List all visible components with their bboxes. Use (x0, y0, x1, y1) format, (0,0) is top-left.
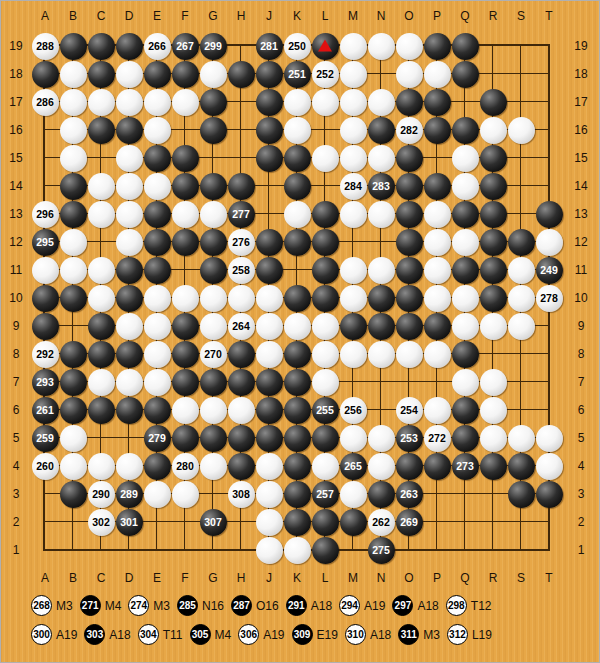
board-point-L18[interactable]: 252 (311, 60, 339, 88)
board-point-H2[interactable] (227, 508, 255, 536)
board-point-C2[interactable]: 302 (87, 508, 115, 536)
board-point-E12[interactable] (143, 228, 171, 256)
board-point-N16[interactable] (367, 116, 395, 144)
board-point-R18[interactable] (479, 60, 507, 88)
board-point-B6[interactable] (59, 396, 87, 424)
board-point-E4[interactable] (143, 452, 171, 480)
board-point-R15[interactable] (479, 144, 507, 172)
board-point-T2[interactable] (535, 508, 563, 536)
board-point-A7[interactable]: 293 (31, 368, 59, 396)
board-point-B15[interactable] (59, 144, 87, 172)
board-point-Q12[interactable] (451, 228, 479, 256)
board-point-Q8[interactable] (451, 340, 479, 368)
board-point-F16[interactable] (171, 116, 199, 144)
board-point-R1[interactable] (479, 536, 507, 564)
board-point-S12[interactable] (507, 228, 535, 256)
board-point-B3[interactable] (59, 480, 87, 508)
board-point-T4[interactable] (535, 452, 563, 480)
board-point-Q5[interactable] (451, 424, 479, 452)
board-point-G9[interactable] (199, 312, 227, 340)
board-point-K19[interactable]: 250 (283, 32, 311, 60)
board-point-A10[interactable] (31, 284, 59, 312)
board-point-Q4[interactable]: 273 (451, 452, 479, 480)
board-point-H13[interactable]: 277 (227, 200, 255, 228)
board-point-Q9[interactable] (451, 312, 479, 340)
board-point-H14[interactable] (227, 172, 255, 200)
board-point-P9[interactable] (423, 312, 451, 340)
board-point-K4[interactable] (283, 452, 311, 480)
board-point-K15[interactable] (283, 144, 311, 172)
board-point-C7[interactable] (87, 368, 115, 396)
board-point-L3[interactable]: 257 (311, 480, 339, 508)
board-point-N3[interactable] (367, 480, 395, 508)
board-point-P12[interactable] (423, 228, 451, 256)
board-point-D12[interactable] (115, 228, 143, 256)
board-point-M17[interactable] (339, 88, 367, 116)
board-point-G14[interactable] (199, 172, 227, 200)
board-point-Q17[interactable] (451, 88, 479, 116)
board-point-T12[interactable] (535, 228, 563, 256)
board-point-S13[interactable] (507, 200, 535, 228)
board-point-K11[interactable] (283, 256, 311, 284)
board-point-T3[interactable] (535, 480, 563, 508)
board-point-M1[interactable] (339, 536, 367, 564)
board-point-C17[interactable] (87, 88, 115, 116)
board-point-Q13[interactable] (451, 200, 479, 228)
board-point-H3[interactable]: 308 (227, 480, 255, 508)
board-point-E14[interactable] (143, 172, 171, 200)
board-point-G8[interactable]: 270 (199, 340, 227, 368)
board-point-Q18[interactable] (451, 60, 479, 88)
board-point-B11[interactable] (59, 256, 87, 284)
board-point-A15[interactable] (31, 144, 59, 172)
board-point-R7[interactable] (479, 368, 507, 396)
board-point-P11[interactable] (423, 256, 451, 284)
board-point-Q19[interactable] (451, 32, 479, 60)
board-point-K9[interactable] (283, 312, 311, 340)
board-point-F8[interactable] (171, 340, 199, 368)
board-point-O1[interactable] (395, 536, 423, 564)
board-point-J14[interactable] (255, 172, 283, 200)
board-point-K7[interactable] (283, 368, 311, 396)
board-point-D11[interactable] (115, 256, 143, 284)
board-point-K5[interactable] (283, 424, 311, 452)
board-point-E1[interactable] (143, 536, 171, 564)
board-point-T16[interactable] (535, 116, 563, 144)
board-point-F19[interactable]: 267 (171, 32, 199, 60)
board-point-K10[interactable] (283, 284, 311, 312)
board-point-D1[interactable] (115, 536, 143, 564)
board-point-K6[interactable] (283, 396, 311, 424)
board-point-R16[interactable] (479, 116, 507, 144)
board-point-E15[interactable] (143, 144, 171, 172)
board-point-J6[interactable] (255, 396, 283, 424)
board-point-D2[interactable]: 301 (115, 508, 143, 536)
board-point-C15[interactable] (87, 144, 115, 172)
board-point-L17[interactable] (311, 88, 339, 116)
board-point-P16[interactable] (423, 116, 451, 144)
board-point-B13[interactable] (59, 200, 87, 228)
board-point-S18[interactable] (507, 60, 535, 88)
board-point-G19[interactable]: 299 (199, 32, 227, 60)
board-point-R3[interactable] (479, 480, 507, 508)
board-point-R13[interactable] (479, 200, 507, 228)
board-point-N18[interactable] (367, 60, 395, 88)
board-point-C9[interactable] (87, 312, 115, 340)
board-point-F4[interactable]: 280 (171, 452, 199, 480)
board-point-L10[interactable] (311, 284, 339, 312)
board-point-P7[interactable] (423, 368, 451, 396)
board-point-Q3[interactable] (451, 480, 479, 508)
board-point-G18[interactable] (199, 60, 227, 88)
board-point-S16[interactable] (507, 116, 535, 144)
board-point-L5[interactable] (311, 424, 339, 452)
board-point-C12[interactable] (87, 228, 115, 256)
board-point-T14[interactable] (535, 172, 563, 200)
board-point-N13[interactable] (367, 200, 395, 228)
board-point-K14[interactable] (283, 172, 311, 200)
board-point-H15[interactable] (227, 144, 255, 172)
board-point-R17[interactable] (479, 88, 507, 116)
board-point-F2[interactable] (171, 508, 199, 536)
board-point-P8[interactable] (423, 340, 451, 368)
board-point-O17[interactable] (395, 88, 423, 116)
board-point-B2[interactable] (59, 508, 87, 536)
board-point-M10[interactable] (339, 284, 367, 312)
board-point-E13[interactable] (143, 200, 171, 228)
board-point-G5[interactable] (199, 424, 227, 452)
board-point-D16[interactable] (115, 116, 143, 144)
board-point-F17[interactable] (171, 88, 199, 116)
board-point-G7[interactable] (199, 368, 227, 396)
board-point-G15[interactable] (199, 144, 227, 172)
board-point-G6[interactable] (199, 396, 227, 424)
board-point-K3[interactable] (283, 480, 311, 508)
board-point-P18[interactable] (423, 60, 451, 88)
board-point-P5[interactable]: 272 (423, 424, 451, 452)
board-point-C16[interactable] (87, 116, 115, 144)
board-point-O4[interactable] (395, 452, 423, 480)
board-point-M13[interactable] (339, 200, 367, 228)
board-point-F15[interactable] (171, 144, 199, 172)
board-point-E10[interactable] (143, 284, 171, 312)
board-point-H11[interactable]: 258 (227, 256, 255, 284)
board-point-L19[interactable] (311, 32, 339, 60)
board-point-O19[interactable] (395, 32, 423, 60)
board-point-Q7[interactable] (451, 368, 479, 396)
board-point-A6[interactable]: 261 (31, 396, 59, 424)
board-point-M8[interactable] (339, 340, 367, 368)
board-point-L9[interactable] (311, 312, 339, 340)
board-point-Q11[interactable] (451, 256, 479, 284)
board-point-N15[interactable] (367, 144, 395, 172)
board-point-A8[interactable]: 292 (31, 340, 59, 368)
board-point-J4[interactable] (255, 452, 283, 480)
board-point-H18[interactable] (227, 60, 255, 88)
board-point-O9[interactable] (395, 312, 423, 340)
board-point-T11[interactable]: 249 (535, 256, 563, 284)
board-point-S9[interactable] (507, 312, 535, 340)
board-point-P4[interactable] (423, 452, 451, 480)
board-point-R4[interactable] (479, 452, 507, 480)
board-point-E3[interactable] (143, 480, 171, 508)
board-point-N8[interactable] (367, 340, 395, 368)
board-point-H8[interactable] (227, 340, 255, 368)
board-point-K12[interactable] (283, 228, 311, 256)
board-point-R11[interactable] (479, 256, 507, 284)
board-point-S6[interactable] (507, 396, 535, 424)
board-point-S7[interactable] (507, 368, 535, 396)
board-point-T7[interactable] (535, 368, 563, 396)
board-point-T17[interactable] (535, 88, 563, 116)
board-point-H6[interactable] (227, 396, 255, 424)
board-point-L7[interactable] (311, 368, 339, 396)
board-point-A18[interactable] (31, 60, 59, 88)
board-point-R5[interactable] (479, 424, 507, 452)
board-point-F6[interactable] (171, 396, 199, 424)
board-point-J18[interactable] (255, 60, 283, 88)
board-point-D5[interactable] (115, 424, 143, 452)
board-point-H1[interactable] (227, 536, 255, 564)
board-point-O7[interactable] (395, 368, 423, 396)
board-point-H16[interactable] (227, 116, 255, 144)
board-point-C18[interactable] (87, 60, 115, 88)
board-point-T18[interactable] (535, 60, 563, 88)
board-point-J7[interactable] (255, 368, 283, 396)
board-point-B19[interactable] (59, 32, 87, 60)
board-point-A17[interactable]: 286 (31, 88, 59, 116)
board-point-G4[interactable] (199, 452, 227, 480)
board-point-S5[interactable] (507, 424, 535, 452)
board-point-E2[interactable] (143, 508, 171, 536)
board-point-C6[interactable] (87, 396, 115, 424)
board-point-O3[interactable]: 263 (395, 480, 423, 508)
board-point-A4[interactable]: 260 (31, 452, 59, 480)
board-point-O15[interactable] (395, 144, 423, 172)
board-point-H4[interactable] (227, 452, 255, 480)
board-point-E7[interactable] (143, 368, 171, 396)
board-point-C4[interactable] (87, 452, 115, 480)
board-point-C3[interactable]: 290 (87, 480, 115, 508)
board-point-H10[interactable] (227, 284, 255, 312)
board-point-D7[interactable] (115, 368, 143, 396)
board-point-P19[interactable] (423, 32, 451, 60)
board-point-N5[interactable] (367, 424, 395, 452)
board-point-D14[interactable] (115, 172, 143, 200)
board-point-S11[interactable] (507, 256, 535, 284)
board-point-P13[interactable] (423, 200, 451, 228)
board-point-C19[interactable] (87, 32, 115, 60)
board-point-R14[interactable] (479, 172, 507, 200)
board-point-L16[interactable] (311, 116, 339, 144)
board-point-H7[interactable] (227, 368, 255, 396)
board-point-A3[interactable] (31, 480, 59, 508)
board-point-G11[interactable] (199, 256, 227, 284)
board-point-T13[interactable] (535, 200, 563, 228)
board-point-N17[interactable] (367, 88, 395, 116)
board-point-O5[interactable]: 253 (395, 424, 423, 452)
board-point-A12[interactable]: 295 (31, 228, 59, 256)
board-point-B5[interactable] (59, 424, 87, 452)
board-point-P10[interactable] (423, 284, 451, 312)
board-point-A19[interactable]: 288 (31, 32, 59, 60)
board-point-J17[interactable] (255, 88, 283, 116)
board-point-D3[interactable]: 289 (115, 480, 143, 508)
board-point-F12[interactable] (171, 228, 199, 256)
board-point-F18[interactable] (171, 60, 199, 88)
board-point-E9[interactable] (143, 312, 171, 340)
board-point-T9[interactable] (535, 312, 563, 340)
board-point-S14[interactable] (507, 172, 535, 200)
board-point-K16[interactable] (283, 116, 311, 144)
board-point-P17[interactable] (423, 88, 451, 116)
board-point-E18[interactable] (143, 60, 171, 88)
board-point-S1[interactable] (507, 536, 535, 564)
board-point-Q10[interactable] (451, 284, 479, 312)
board-point-A16[interactable] (31, 116, 59, 144)
board-point-F11[interactable] (171, 256, 199, 284)
board-point-T19[interactable] (535, 32, 563, 60)
board-point-M2[interactable] (339, 508, 367, 536)
board-point-S8[interactable] (507, 340, 535, 368)
board-point-R10[interactable] (479, 284, 507, 312)
board-point-R6[interactable] (479, 396, 507, 424)
board-point-O12[interactable] (395, 228, 423, 256)
board-point-P15[interactable] (423, 144, 451, 172)
board-point-R9[interactable] (479, 312, 507, 340)
board-point-B4[interactable] (59, 452, 87, 480)
board-point-D6[interactable] (115, 396, 143, 424)
board-point-J1[interactable] (255, 536, 283, 564)
board-point-B18[interactable] (59, 60, 87, 88)
board-point-J15[interactable] (255, 144, 283, 172)
board-point-M6[interactable]: 256 (339, 396, 367, 424)
board-point-O8[interactable] (395, 340, 423, 368)
board-point-A11[interactable] (31, 256, 59, 284)
board-point-B17[interactable] (59, 88, 87, 116)
board-point-O14[interactable] (395, 172, 423, 200)
board-point-J19[interactable]: 281 (255, 32, 283, 60)
board-point-K13[interactable] (283, 200, 311, 228)
board-point-S19[interactable] (507, 32, 535, 60)
board-point-H19[interactable] (227, 32, 255, 60)
board-point-S3[interactable] (507, 480, 535, 508)
board-point-N14[interactable]: 283 (367, 172, 395, 200)
board-point-P3[interactable] (423, 480, 451, 508)
board-point-M3[interactable] (339, 480, 367, 508)
board-point-G3[interactable] (199, 480, 227, 508)
board-point-F14[interactable] (171, 172, 199, 200)
board-point-P1[interactable] (423, 536, 451, 564)
board-point-C13[interactable] (87, 200, 115, 228)
board-point-B8[interactable] (59, 340, 87, 368)
board-point-K1[interactable] (283, 536, 311, 564)
board-point-G1[interactable] (199, 536, 227, 564)
board-point-B10[interactable] (59, 284, 87, 312)
board-point-L11[interactable] (311, 256, 339, 284)
board-point-Q15[interactable] (451, 144, 479, 172)
board-point-H12[interactable]: 276 (227, 228, 255, 256)
board-point-E11[interactable] (143, 256, 171, 284)
board-point-J12[interactable] (255, 228, 283, 256)
board-point-N4[interactable] (367, 452, 395, 480)
board-point-K2[interactable] (283, 508, 311, 536)
board-point-J9[interactable] (255, 312, 283, 340)
board-point-J2[interactable] (255, 508, 283, 536)
board-point-D19[interactable] (115, 32, 143, 60)
board-point-F3[interactable] (171, 480, 199, 508)
board-point-T10[interactable]: 278 (535, 284, 563, 312)
board-point-N6[interactable] (367, 396, 395, 424)
board-point-B16[interactable] (59, 116, 87, 144)
board-point-C14[interactable] (87, 172, 115, 200)
board-point-D8[interactable] (115, 340, 143, 368)
board-point-N7[interactable] (367, 368, 395, 396)
board-point-L6[interactable]: 255 (311, 396, 339, 424)
board-point-G16[interactable] (199, 116, 227, 144)
board-point-M5[interactable] (339, 424, 367, 452)
board-point-D15[interactable] (115, 144, 143, 172)
board-point-B12[interactable] (59, 228, 87, 256)
board-point-M14[interactable]: 284 (339, 172, 367, 200)
board-point-B1[interactable] (59, 536, 87, 564)
board-point-Q2[interactable] (451, 508, 479, 536)
board-point-F7[interactable] (171, 368, 199, 396)
board-point-D18[interactable] (115, 60, 143, 88)
board-point-E5[interactable]: 279 (143, 424, 171, 452)
board-point-E17[interactable] (143, 88, 171, 116)
board-point-F1[interactable] (171, 536, 199, 564)
board-point-A13[interactable]: 296 (31, 200, 59, 228)
board-point-M7[interactable] (339, 368, 367, 396)
board-point-T5[interactable] (535, 424, 563, 452)
board-point-T6[interactable] (535, 396, 563, 424)
board-point-L12[interactable] (311, 228, 339, 256)
board-point-O18[interactable] (395, 60, 423, 88)
board-point-E8[interactable] (143, 340, 171, 368)
board-point-S4[interactable] (507, 452, 535, 480)
board-point-F9[interactable] (171, 312, 199, 340)
board-point-M19[interactable] (339, 32, 367, 60)
board-point-T1[interactable] (535, 536, 563, 564)
board-point-M9[interactable] (339, 312, 367, 340)
board-point-J5[interactable] (255, 424, 283, 452)
board-point-A2[interactable] (31, 508, 59, 536)
board-point-M15[interactable] (339, 144, 367, 172)
board-point-N1[interactable]: 275 (367, 536, 395, 564)
board-point-O2[interactable]: 269 (395, 508, 423, 536)
board-point-A5[interactable]: 259 (31, 424, 59, 452)
board-point-R12[interactable] (479, 228, 507, 256)
board-point-M16[interactable] (339, 116, 367, 144)
board-point-S15[interactable] (507, 144, 535, 172)
board-point-F13[interactable] (171, 200, 199, 228)
board-point-Q1[interactable] (451, 536, 479, 564)
board-point-A14[interactable] (31, 172, 59, 200)
board-point-A9[interactable] (31, 312, 59, 340)
board-point-H9[interactable]: 264 (227, 312, 255, 340)
board-point-L4[interactable] (311, 452, 339, 480)
board-point-S10[interactable] (507, 284, 535, 312)
board-point-R19[interactable] (479, 32, 507, 60)
board-point-D10[interactable] (115, 284, 143, 312)
board-point-S17[interactable] (507, 88, 535, 116)
board-point-R8[interactable] (479, 340, 507, 368)
board-point-J10[interactable] (255, 284, 283, 312)
board-point-R2[interactable] (479, 508, 507, 536)
board-point-N2[interactable]: 262 (367, 508, 395, 536)
board-point-B14[interactable] (59, 172, 87, 200)
